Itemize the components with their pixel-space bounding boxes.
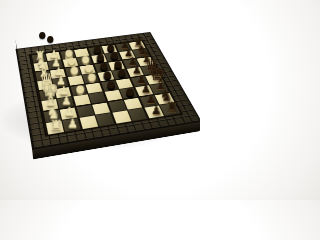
black-knight: ♞: [159, 88, 174, 103]
square-h2: ♟: [62, 118, 80, 131]
board-grid: ♜♟●●●♟♜♞♟●●●●♟♞♝♟●●●●♟♝♛♟●●●♟♛♚♟●●♟♚♝♟●♟…: [29, 39, 183, 136]
square-h4: [96, 113, 115, 126]
square-f8: ♝: [150, 83, 168, 94]
chess-board: ♜♟●●●♟♜♞♟●●●●♟♞♝♟●●●●♟♝♛♟●●●♟♛♚♟●●♟♚♝♟●♟…: [16, 32, 200, 150]
white-rook: ♜: [33, 49, 46, 61]
black-pawn: ♟: [139, 83, 154, 94]
spare-dark-checker-disc: ●: [39, 31, 46, 39]
black-pawn: ♟: [148, 104, 163, 116]
square-d1: ♛: [37, 80, 53, 91]
dark-checker-disc: ●: [100, 70, 114, 80]
square-b6: ●: [105, 52, 121, 61]
square-c1: ♝: [35, 71, 51, 81]
square-d8: ♛: [141, 65, 158, 75]
light-checker-disc: ●: [67, 65, 81, 75]
square-c5: ●: [94, 63, 110, 73]
white-pawn: ♟: [47, 49, 60, 59]
square-h5: [112, 111, 131, 124]
dark-checker-disc: ●: [123, 87, 138, 97]
dark-checker-disc: ●: [104, 79, 118, 89]
square-e8: ♚: [146, 74, 164, 84]
square-h1: ♜: [45, 121, 63, 134]
square-d3: [67, 75, 83, 85]
spare-dark-checker-disc: ●: [47, 35, 54, 43]
square-h3: [79, 116, 97, 129]
square-g8: ♞: [155, 93, 174, 104]
white-pawn: ♟: [59, 95, 74, 107]
white-pawn: ♟: [65, 117, 81, 129]
square-h8: ♜: [160, 103, 179, 115]
black-rook: ♜: [132, 36, 145, 48]
perspective-scene: ♜♟●●●♟♜♞♟●●●●♟♞♝♟●●●●♟♝♛♟●●●♟♛♚♟●●♟♚♝♟●♟…: [0, 0, 200, 200]
light-checker-disc: ●: [85, 72, 99, 82]
light-checker-disc: ●: [72, 84, 87, 94]
board-box-left-edge: [15, 39, 33, 149]
square-c8: ♝: [137, 57, 154, 66]
product-photo-background: ♜♟●●●♟♜♞♟●●●●♟♞♝♟●●●●♟♝♛♟●●●♟♛♚♟●●♟♚♝♟●♟…: [0, 0, 200, 200]
square-f1: ♝: [41, 99, 58, 111]
